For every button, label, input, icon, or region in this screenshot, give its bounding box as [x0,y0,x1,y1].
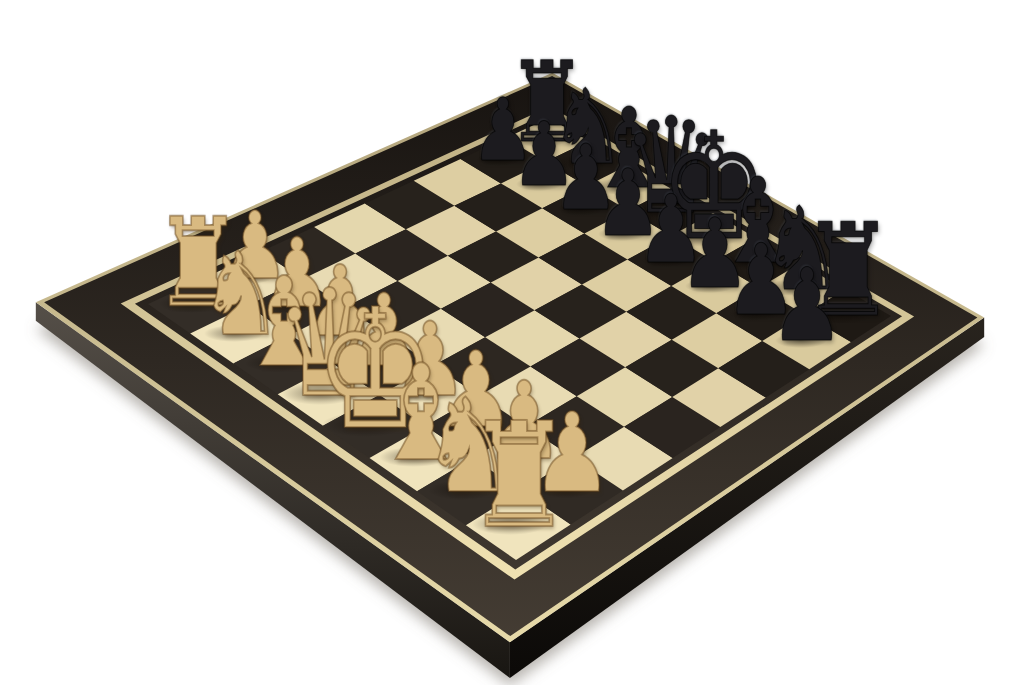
piece-white-rook-h1[interactable]: ♜ [465,403,572,548]
piece-black-pawn-h7[interactable]: ♟ [770,257,844,358]
photo-stage: ♜♟♞♟♝♟♛♟♚♟♝♟♟♞♜♟♟♜♞♟♟♝♟♛♟♚♟♟♝♟♞♜ [0,0,1024,685]
